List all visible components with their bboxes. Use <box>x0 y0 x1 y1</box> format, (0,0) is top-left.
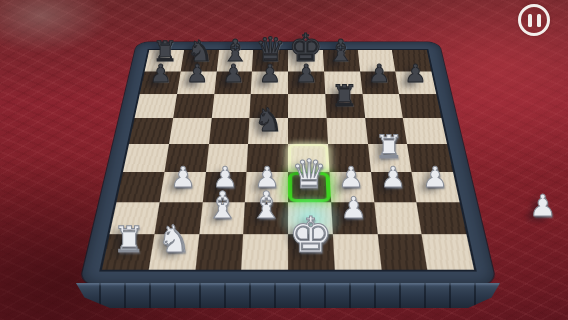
piece-black-pawn-a7[interactable]: ♟ <box>149 62 171 87</box>
captured-white-pawn-offboard-right: ♟ <box>530 191 557 221</box>
square-b6[interactable] <box>173 94 214 118</box>
piece-black-pawn-h7[interactable]: ♟ <box>404 62 426 87</box>
square-f5[interactable] <box>326 118 367 144</box>
square-c5[interactable] <box>209 118 250 144</box>
square-e5[interactable] <box>288 118 328 144</box>
piece-black-knight-d5[interactable]: ♞ <box>254 104 283 136</box>
piece-black-pawn-g7[interactable]: ♟ <box>368 62 390 87</box>
piece-white-knight-b1[interactable]: ♞ <box>157 220 191 258</box>
square-c1[interactable] <box>195 234 243 269</box>
square-g6[interactable] <box>362 94 403 118</box>
square-a6[interactable] <box>135 94 177 118</box>
square-h5[interactable] <box>403 118 447 144</box>
square-c6[interactable] <box>211 94 251 118</box>
piece-white-rook-a1[interactable]: ♜ <box>113 222 145 258</box>
piece-black-rook-f6[interactable]: ♜ <box>331 81 358 111</box>
piece-white-queen-e3[interactable]: ♛ <box>291 153 327 193</box>
piece-white-pawn-b3[interactable]: ♟ <box>170 163 196 192</box>
square-h1[interactable] <box>422 234 474 269</box>
piece-black-pawn-c7[interactable]: ♟ <box>222 62 244 87</box>
piece-white-king-e1[interactable]: ♚ <box>289 211 333 260</box>
square-g1[interactable] <box>377 234 427 269</box>
square-g2[interactable] <box>374 202 422 235</box>
pause-icon <box>537 14 541 27</box>
square-a5[interactable] <box>129 118 173 144</box>
piece-black-pawn-e7[interactable]: ♟ <box>295 62 317 87</box>
piece-black-bishop-f8[interactable]: ♝ <box>327 36 354 66</box>
piece-white-bishop-d2[interactable]: ♝ <box>249 187 283 224</box>
square-f1[interactable] <box>333 234 381 269</box>
square-h2[interactable] <box>417 202 467 235</box>
pause-button[interactable] <box>518 4 550 36</box>
board-front-edge <box>76 283 500 308</box>
piece-white-pawn-f3[interactable]: ♟ <box>338 163 364 192</box>
square-h6[interactable] <box>399 94 441 118</box>
piece-white-rook-g4[interactable]: ♜ <box>375 131 404 163</box>
square-a3[interactable] <box>117 172 165 202</box>
pause-icon <box>528 14 532 27</box>
square-d1[interactable] <box>241 234 288 269</box>
square-e6[interactable] <box>288 94 326 118</box>
chess-game-scene: ♜♞♝♛♚♝♟♟♟♟♟♟♟♜♞♜♟♟♟♛♟♟♟♝♝♟♜♞♚♟ <box>0 0 568 320</box>
piece-black-pawn-b7[interactable]: ♟ <box>186 62 208 87</box>
piece-white-bishop-c2[interactable]: ♝ <box>206 187 240 224</box>
piece-white-pawn-g3[interactable]: ♟ <box>380 163 406 192</box>
square-b5[interactable] <box>169 118 212 144</box>
piece-white-pawn-f2[interactable]: ♟ <box>340 193 367 223</box>
square-a4[interactable] <box>123 144 169 172</box>
piece-black-pawn-d7[interactable]: ♟ <box>259 62 281 87</box>
piece-white-pawn-h3[interactable]: ♟ <box>422 163 448 192</box>
